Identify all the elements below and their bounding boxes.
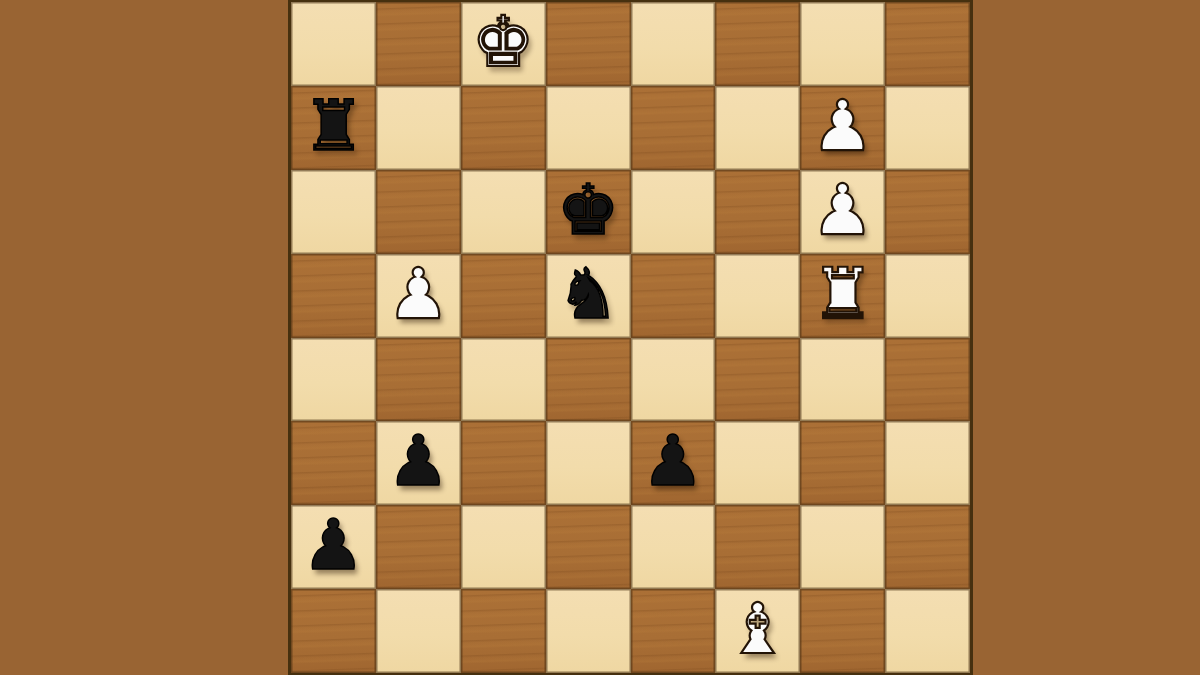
square-h3[interactable] <box>885 421 970 505</box>
square-f7[interactable] <box>715 86 800 170</box>
square-h4[interactable] <box>885 338 970 422</box>
square-c3[interactable] <box>461 421 546 505</box>
square-e8[interactable] <box>631 2 716 86</box>
chess-board: ♚♜♟♚♟♟♞♜♟♟♟♝ <box>288 0 973 675</box>
square-h1[interactable] <box>885 589 970 673</box>
square-h5[interactable] <box>885 254 970 338</box>
square-d6[interactable]: ♚ <box>546 170 631 254</box>
square-a5[interactable] <box>291 254 376 338</box>
black-pawn: ♟ <box>302 510 365 580</box>
square-e4[interactable] <box>631 338 716 422</box>
square-e1[interactable] <box>631 589 716 673</box>
square-f3[interactable] <box>715 421 800 505</box>
black-rook: ♜ <box>302 91 365 161</box>
black-pawn: ♟ <box>387 426 450 496</box>
square-a8[interactable] <box>291 2 376 86</box>
square-f4[interactable] <box>715 338 800 422</box>
square-h2[interactable] <box>885 505 970 589</box>
square-d5[interactable]: ♞ <box>546 254 631 338</box>
square-b5[interactable]: ♟ <box>376 254 461 338</box>
square-g7[interactable]: ♟ <box>800 86 885 170</box>
square-f8[interactable] <box>715 2 800 86</box>
white-king: ♚ <box>472 7 535 77</box>
page-background: ♚♜♟♚♟♟♞♜♟♟♟♝ <box>0 0 1200 675</box>
square-g3[interactable] <box>800 421 885 505</box>
square-d1[interactable] <box>546 589 631 673</box>
square-a1[interactable] <box>291 589 376 673</box>
square-b1[interactable] <box>376 589 461 673</box>
square-g6[interactable]: ♟ <box>800 170 885 254</box>
square-f1[interactable]: ♝ <box>715 589 800 673</box>
square-b8[interactable] <box>376 2 461 86</box>
square-d8[interactable] <box>546 2 631 86</box>
square-c5[interactable] <box>461 254 546 338</box>
square-h6[interactable] <box>885 170 970 254</box>
white-bishop: ♝ <box>726 594 789 664</box>
black-king: ♚ <box>557 175 620 245</box>
square-f5[interactable] <box>715 254 800 338</box>
square-e5[interactable] <box>631 254 716 338</box>
square-e7[interactable] <box>631 86 716 170</box>
square-a6[interactable] <box>291 170 376 254</box>
white-pawn: ♟ <box>811 91 874 161</box>
square-c1[interactable] <box>461 589 546 673</box>
square-d4[interactable] <box>546 338 631 422</box>
square-c7[interactable] <box>461 86 546 170</box>
square-e3[interactable]: ♟ <box>631 421 716 505</box>
white-pawn: ♟ <box>387 259 450 329</box>
square-g5[interactable]: ♜ <box>800 254 885 338</box>
square-c6[interactable] <box>461 170 546 254</box>
square-g2[interactable] <box>800 505 885 589</box>
square-e6[interactable] <box>631 170 716 254</box>
square-d3[interactable] <box>546 421 631 505</box>
square-c4[interactable] <box>461 338 546 422</box>
square-e2[interactable] <box>631 505 716 589</box>
square-a4[interactable] <box>291 338 376 422</box>
square-f2[interactable] <box>715 505 800 589</box>
square-d2[interactable] <box>546 505 631 589</box>
black-knight: ♞ <box>557 259 620 329</box>
square-g8[interactable] <box>800 2 885 86</box>
square-b2[interactable] <box>376 505 461 589</box>
square-a2[interactable]: ♟ <box>291 505 376 589</box>
white-rook: ♜ <box>811 259 874 329</box>
square-b6[interactable] <box>376 170 461 254</box>
square-c2[interactable] <box>461 505 546 589</box>
square-b4[interactable] <box>376 338 461 422</box>
black-pawn: ♟ <box>642 426 705 496</box>
square-g4[interactable] <box>800 338 885 422</box>
white-pawn: ♟ <box>811 175 874 245</box>
square-b3[interactable]: ♟ <box>376 421 461 505</box>
square-h7[interactable] <box>885 86 970 170</box>
square-f6[interactable] <box>715 170 800 254</box>
square-a7[interactable]: ♜ <box>291 86 376 170</box>
square-c8[interactable]: ♚ <box>461 2 546 86</box>
square-a3[interactable] <box>291 421 376 505</box>
square-d7[interactable] <box>546 86 631 170</box>
square-b7[interactable] <box>376 86 461 170</box>
square-g1[interactable] <box>800 589 885 673</box>
square-h8[interactable] <box>885 2 970 86</box>
